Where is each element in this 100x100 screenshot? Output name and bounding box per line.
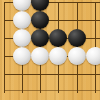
stone-white: ○ xyxy=(13,47,31,65)
stone-white: ○ xyxy=(86,47,100,65)
stone-white: ○ xyxy=(49,47,67,65)
grid-line-horizontal xyxy=(4,74,100,75)
grid-line-vertical xyxy=(4,2,5,93)
go-board-screenshot: ○●○●○●●●○○○○○ xyxy=(0,0,100,100)
stone-white: ○ xyxy=(31,47,49,65)
go-board[interactable]: ○●○●○●●●○○○○○ xyxy=(0,0,100,100)
grid-line-horizontal xyxy=(4,90,100,91)
stone-white: ○ xyxy=(68,47,86,65)
